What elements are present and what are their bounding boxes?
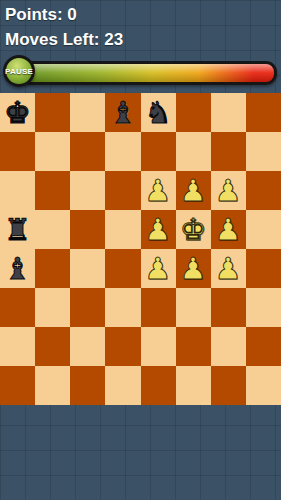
- square-e6[interactable]: ♟: [141, 171, 176, 210]
- moves-left-line: Moves Left: 23: [5, 28, 276, 53]
- square-g8[interactable]: [211, 93, 246, 132]
- square-a1[interactable]: [0, 366, 35, 405]
- square-b2[interactable]: [35, 327, 70, 366]
- square-b3[interactable]: [35, 288, 70, 327]
- timer-track: [20, 61, 277, 85]
- square-c6[interactable]: [70, 171, 105, 210]
- points-label: Points:: [5, 5, 63, 24]
- square-c5[interactable]: [70, 210, 105, 249]
- square-d3[interactable]: [105, 288, 140, 327]
- square-a3[interactable]: [0, 288, 35, 327]
- square-g4[interactable]: ♟: [211, 249, 246, 288]
- square-f1[interactable]: [176, 366, 211, 405]
- square-h2[interactable]: [246, 327, 281, 366]
- square-h8[interactable]: [246, 93, 281, 132]
- square-e2[interactable]: [141, 327, 176, 366]
- square-h4[interactable]: [246, 249, 281, 288]
- white-king[interactable]: ♚: [180, 211, 207, 249]
- square-g6[interactable]: ♟: [211, 171, 246, 210]
- square-a8[interactable]: ♚: [0, 93, 35, 132]
- white-pawn[interactable]: ♟: [145, 250, 172, 288]
- square-d1[interactable]: [105, 366, 140, 405]
- square-b8[interactable]: [35, 93, 70, 132]
- white-pawn[interactable]: ♟: [215, 250, 242, 288]
- square-b1[interactable]: [35, 366, 70, 405]
- square-f3[interactable]: [176, 288, 211, 327]
- square-f7[interactable]: [176, 132, 211, 171]
- moves-left-value: 23: [104, 30, 123, 49]
- pause-button[interactable]: PAUSE: [3, 55, 35, 87]
- square-d5[interactable]: [105, 210, 140, 249]
- square-a7[interactable]: [0, 132, 35, 171]
- square-b5[interactable]: [35, 210, 70, 249]
- square-a5-highlighted[interactable]: ♜: [0, 210, 35, 249]
- square-d2[interactable]: [105, 327, 140, 366]
- square-h6[interactable]: [246, 171, 281, 210]
- square-b7[interactable]: [35, 132, 70, 171]
- black-king[interactable]: ♚: [4, 94, 31, 132]
- square-f2[interactable]: [176, 327, 211, 366]
- black-bishop[interactable]: ♝: [109, 94, 136, 132]
- chess-board: ♚♝♞♟♟♟♜♟♚♟♝♟♟♟: [0, 93, 281, 405]
- square-g2[interactable]: [211, 327, 246, 366]
- square-d7[interactable]: [105, 132, 140, 171]
- square-d8[interactable]: ♝: [105, 93, 140, 132]
- black-rook[interactable]: ♜: [4, 211, 31, 249]
- square-c2[interactable]: [70, 327, 105, 366]
- white-pawn[interactable]: ♟: [180, 250, 207, 288]
- square-b6[interactable]: [35, 171, 70, 210]
- square-c3[interactable]: [70, 288, 105, 327]
- points-line: Points: 0: [5, 3, 276, 28]
- square-c8[interactable]: [70, 93, 105, 132]
- square-g1[interactable]: [211, 366, 246, 405]
- square-e3[interactable]: [141, 288, 176, 327]
- square-h5[interactable]: [246, 210, 281, 249]
- square-f5[interactable]: ♚: [176, 210, 211, 249]
- square-e1[interactable]: [141, 366, 176, 405]
- square-g3[interactable]: [211, 288, 246, 327]
- square-f6[interactable]: ♟: [176, 171, 211, 210]
- white-pawn[interactable]: ♟: [215, 172, 242, 210]
- square-h1[interactable]: [246, 366, 281, 405]
- moves-left-label: Moves Left:: [5, 30, 99, 49]
- square-f8[interactable]: [176, 93, 211, 132]
- white-pawn[interactable]: ♟: [180, 172, 207, 210]
- points-value: 0: [67, 5, 76, 24]
- square-e4[interactable]: ♟: [141, 249, 176, 288]
- square-e8[interactable]: ♞: [141, 93, 176, 132]
- square-g7[interactable]: [211, 132, 246, 171]
- square-a6[interactable]: [0, 171, 35, 210]
- square-e7[interactable]: [141, 132, 176, 171]
- square-c1[interactable]: [70, 366, 105, 405]
- square-d4[interactable]: [105, 249, 140, 288]
- square-a2[interactable]: [0, 327, 35, 366]
- black-bishop[interactable]: ♝: [4, 250, 31, 288]
- square-h3[interactable]: [246, 288, 281, 327]
- square-a4[interactable]: ♝: [0, 249, 35, 288]
- white-pawn[interactable]: ♟: [215, 211, 242, 249]
- timer-bar: PAUSE: [3, 55, 277, 93]
- square-d6[interactable]: [105, 171, 140, 210]
- square-b4[interactable]: [35, 249, 70, 288]
- square-f4[interactable]: ♟: [176, 249, 211, 288]
- square-h7[interactable]: [246, 132, 281, 171]
- square-c4[interactable]: [70, 249, 105, 288]
- square-c7[interactable]: [70, 132, 105, 171]
- white-pawn[interactable]: ♟: [145, 172, 172, 210]
- white-pawn[interactable]: ♟: [145, 211, 172, 249]
- square-e5[interactable]: ♟: [141, 210, 176, 249]
- black-knight[interactable]: ♞: [145, 94, 172, 132]
- score-panel: Points: 0 Moves Left: 23: [0, 0, 281, 55]
- square-g5[interactable]: ♟: [211, 210, 246, 249]
- game-screen: Points: 0 Moves Left: 23 PAUSE ♚♝♞♟♟♟♜♟♚…: [0, 0, 281, 500]
